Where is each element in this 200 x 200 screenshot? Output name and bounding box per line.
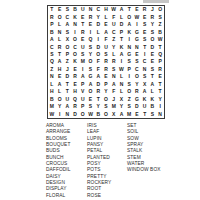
- grid-cell-r10c10[interactable]: L: [118, 73, 126, 80]
- grid-cell-r13c15[interactable]: Y: [156, 96, 164, 103]
- grid-cell-r15c6[interactable]: W: [87, 111, 95, 118]
- grid-cell-r2c7[interactable]: Y: [94, 13, 102, 20]
- grid-cell-r2c15[interactable]: S: [156, 13, 164, 20]
- grid-cell-r10c1[interactable]: N: [48, 73, 56, 80]
- grid-cell-r3c11[interactable]: A: [125, 21, 133, 28]
- grid-cell-r12c13[interactable]: A: [141, 88, 149, 95]
- grid-cell-r7c3[interactable]: P: [63, 51, 71, 58]
- grid-cell-r13c3[interactable]: U: [63, 96, 71, 103]
- grid-cell-r6c5[interactable]: U: [79, 43, 87, 50]
- grid-cell-r6c12[interactable]: N: [133, 43, 141, 50]
- grid-cell-r10c9[interactable]: N: [110, 73, 118, 80]
- grid-cell-r8c8[interactable]: R: [102, 58, 110, 65]
- grid-cell-r9c14[interactable]: S: [149, 66, 157, 73]
- grid-cell-r1c7[interactable]: C: [94, 6, 102, 13]
- grid-cell-r8c14[interactable]: E: [149, 58, 157, 65]
- grid-cell-r14c6[interactable]: S: [87, 103, 95, 110]
- grid-cell-r9c10[interactable]: W: [118, 66, 126, 73]
- grid-cell-r5c3[interactable]: X: [63, 36, 71, 43]
- grid-cell-r7c4[interactable]: O: [71, 51, 79, 58]
- grid-cell-r4c9[interactable]: C: [110, 28, 118, 35]
- grid-cell-r5c13[interactable]: S: [141, 36, 149, 43]
- grid-cell-r1c10[interactable]: A: [118, 6, 126, 13]
- grid-cell-r11c3[interactable]: T: [63, 81, 71, 88]
- grid-cell-r8c10[interactable]: I: [118, 58, 126, 65]
- grid-cell-r2c12[interactable]: W: [133, 13, 141, 20]
- grid-cell-r9c9[interactable]: S: [110, 66, 118, 73]
- grid-cell-r15c15[interactable]: N: [156, 111, 164, 118]
- grid-cell-r2c13[interactable]: E: [141, 13, 149, 20]
- grid-cell-r9c4[interactable]: E: [71, 66, 79, 73]
- word-list: AROMAARRANGEBLOOMSBOUQUETBUDSBUNCHCROCUS…: [46, 123, 198, 199]
- grid-cell-r3c14[interactable]: Y: [149, 21, 157, 28]
- grid-cell-r15c4[interactable]: D: [71, 111, 79, 118]
- grid-cell-r6c1[interactable]: C: [48, 43, 56, 50]
- grid-cell-r8c7[interactable]: F: [94, 58, 102, 65]
- grid-cell-r9c5[interactable]: I: [79, 66, 87, 73]
- grid-cell-r14c3[interactable]: A: [63, 103, 71, 110]
- grid-cell-r7c2[interactable]: T: [56, 51, 64, 58]
- grid-cell-r11c11[interactable]: S: [125, 81, 133, 88]
- grid-cell-r7c13[interactable]: I: [141, 51, 149, 58]
- grid-cell-r15c7[interactable]: B: [94, 111, 102, 118]
- grid-cell-r2c11[interactable]: O: [125, 13, 133, 20]
- grid-cell-r4c7[interactable]: L: [94, 28, 102, 35]
- grid-cell-r12c14[interactable]: L: [149, 88, 157, 95]
- grid-cell-r5c8[interactable]: F: [102, 36, 110, 43]
- grid-cell-r7c14[interactable]: E: [149, 51, 157, 58]
- grid-cell-r14c15[interactable]: I: [156, 103, 164, 110]
- grid-cell-r4c6[interactable]: I: [87, 28, 95, 35]
- grid-cell-r8c2[interactable]: A: [56, 58, 64, 65]
- grid-cell-r14c8[interactable]: S: [102, 103, 110, 110]
- grid-cell-r14c7[interactable]: Y: [94, 103, 102, 110]
- grid-cell-r13c10[interactable]: X: [118, 96, 126, 103]
- grid-cell-r4c3[interactable]: S: [63, 28, 71, 35]
- grid-cell-r15c13[interactable]: T: [141, 111, 149, 118]
- grid-cell-r4c11[interactable]: K: [125, 28, 133, 35]
- grid-cell-r2c9[interactable]: F: [110, 13, 118, 20]
- grid-cell-r7c8[interactable]: S: [102, 51, 110, 58]
- grid-cell-r11c13[interactable]: X: [141, 81, 149, 88]
- grid-cell-r12c9[interactable]: F: [110, 88, 118, 95]
- grid-cell-r2c10[interactable]: L: [118, 13, 126, 20]
- grid-cell-r3c8[interactable]: E: [102, 21, 110, 28]
- grid-cell-r9c3[interactable]: J: [63, 66, 71, 73]
- grid-cell-r15c9[interactable]: X: [110, 111, 118, 118]
- grid-cell-r10c14[interactable]: T: [149, 73, 157, 80]
- grid-cell-r13c12[interactable]: G: [133, 96, 141, 103]
- grid-cell-r4c10[interactable]: P: [118, 28, 126, 35]
- grid-cell-r14c12[interactable]: D: [133, 103, 141, 110]
- grid-cell-r14c5[interactable]: P: [79, 103, 87, 110]
- grid-cell-r1c12[interactable]: E: [133, 6, 141, 13]
- grid-cell-r5c5[interactable]: E: [79, 36, 87, 43]
- word-list-column-3: SETSOILSOWSPRAYSTALKSTEMWATERWINDOW BOX: [127, 123, 187, 199]
- grid-cell-r10c4[interactable]: R: [71, 73, 79, 80]
- grid-cell-r3c3[interactable]: A: [63, 21, 71, 28]
- grid-cell-r5c11[interactable]: I: [125, 36, 133, 43]
- grid-cell-r5c7[interactable]: I: [94, 36, 102, 43]
- grid-cell-r6c3[interactable]: O: [63, 43, 71, 50]
- grid-cell-r3c10[interactable]: D: [118, 21, 126, 28]
- grid-cell-r6c14[interactable]: D: [149, 43, 157, 50]
- grid-cell-r4c4[interactable]: I: [71, 28, 79, 35]
- grid-cell-r6c10[interactable]: K: [118, 43, 126, 50]
- grid-cell-r15c12[interactable]: E: [133, 111, 141, 118]
- grid-cell-r10c7[interactable]: A: [94, 73, 102, 80]
- grid-cell-r13c11[interactable]: Z: [125, 96, 133, 103]
- word-list-item: ROSE: [87, 193, 127, 199]
- grid-cell-r13c14[interactable]: K: [149, 96, 157, 103]
- grid-cell-r4c8[interactable]: A: [102, 28, 110, 35]
- grid-cell-r15c3[interactable]: N: [63, 111, 71, 118]
- grid-cell-r7c5[interactable]: S: [79, 51, 87, 58]
- grid-cell-r11c7[interactable]: D: [94, 81, 102, 88]
- grid-cell-r2c14[interactable]: R: [149, 13, 157, 20]
- grid-cell-r12c1[interactable]: H: [48, 88, 56, 95]
- grid-cell-r5c15[interactable]: W: [156, 36, 164, 43]
- grid-cell-r6c7[interactable]: D: [94, 43, 102, 50]
- grid-cell-r3c4[interactable]: N: [71, 21, 79, 28]
- grid-cell-r10c8[interactable]: E: [102, 73, 110, 80]
- grid-cell-r11c2[interactable]: A: [56, 81, 64, 88]
- grid-cell-r6c13[interactable]: T: [141, 43, 149, 50]
- grid-cell-r11c5[interactable]: P: [79, 81, 87, 88]
- grid-cell-r8c6[interactable]: O: [87, 58, 95, 65]
- grid-cell-r10c6[interactable]: G: [87, 73, 95, 80]
- word-list-column-1: AROMAARRANGEBLOOMSBOUQUETBUDSBUNCHCROCUS…: [46, 123, 87, 199]
- word-list-item: WINDOW BOX: [127, 167, 187, 173]
- grid-cell-r15c11[interactable]: M: [125, 111, 133, 118]
- grid-cell-r6c8[interactable]: U: [102, 43, 110, 50]
- grid-cell-r1c13[interactable]: R: [141, 6, 149, 13]
- grid-cell-r14c9[interactable]: M: [110, 103, 118, 110]
- grid-cell-r12c8[interactable]: Y: [102, 88, 110, 95]
- grid-cell-r4c15[interactable]: B: [156, 28, 164, 35]
- grid-cell-r5c9[interactable]: Z: [110, 36, 118, 43]
- grid-cell-r5c6[interactable]: Q: [87, 36, 95, 43]
- grid-cell-r3c7[interactable]: D: [94, 21, 102, 28]
- grid-cell-r8c4[interactable]: K: [71, 58, 79, 65]
- grid-cell-r4c5[interactable]: R: [79, 28, 87, 35]
- grid-cell-r1c9[interactable]: W: [110, 6, 118, 13]
- grid-cell-r4c1[interactable]: B: [48, 28, 56, 35]
- grid-cell-r1c11[interactable]: T: [125, 6, 133, 13]
- grid-cell-r12c11[interactable]: O: [125, 88, 133, 95]
- grid-cell-r6c15[interactable]: T: [156, 43, 164, 50]
- grid-cell-r14c10[interactable]: Y: [118, 103, 126, 110]
- grid-cell-r2c2[interactable]: O: [56, 13, 64, 20]
- grid-cell-r2c1[interactable]: R: [48, 13, 56, 20]
- grid-cell-r5c4[interactable]: O: [71, 36, 79, 43]
- grid-cell-r4c14[interactable]: S: [149, 28, 157, 35]
- grid-cell-r5c12[interactable]: G: [133, 36, 141, 43]
- grid-cell-r7c1[interactable]: S: [48, 51, 56, 58]
- grid-cell-r9c11[interactable]: P: [125, 66, 133, 73]
- grid-cell-r12c4[interactable]: H: [71, 88, 79, 95]
- grid-cell-r15c10[interactable]: A: [118, 111, 126, 118]
- grid-cell-r12c12[interactable]: R: [133, 88, 141, 95]
- grid-cell-r1c8[interactable]: H: [102, 6, 110, 13]
- grid-cell-r5c1[interactable]: A: [48, 36, 56, 43]
- grid-cell-r14c1[interactable]: M: [48, 103, 56, 110]
- grid-cell-r14c11[interactable]: S: [125, 103, 133, 110]
- grid-cell-r15c8[interactable]: O: [102, 111, 110, 118]
- grid-cell-r11c14[interactable]: A: [149, 81, 157, 88]
- grid-cell-r13c13[interactable]: K: [141, 96, 149, 103]
- grid-cell-r7c11[interactable]: G: [125, 51, 133, 58]
- grid-cell-r1c1[interactable]: T: [48, 6, 56, 13]
- grid-cell-r9c8[interactable]: R: [102, 66, 110, 73]
- grid-cell-r6c11[interactable]: N: [125, 43, 133, 50]
- grid-cell-r7c9[interactable]: L: [110, 51, 118, 58]
- grid-cell-r9c1[interactable]: Z: [48, 66, 56, 73]
- grid-cell-r11c1[interactable]: L: [48, 81, 56, 88]
- grid-cell-r14c4[interactable]: R: [71, 103, 79, 110]
- grid-cell-r12c3[interactable]: T: [63, 88, 71, 95]
- grid-cell-r7c12[interactable]: E: [133, 51, 141, 58]
- grid-cell-r7c6[interactable]: Y: [87, 51, 95, 58]
- grid-cell-r3c5[interactable]: T: [79, 21, 87, 28]
- grid-cell-r8c15[interactable]: P: [156, 58, 164, 65]
- grid-cell-r2c8[interactable]: L: [102, 13, 110, 20]
- grid-cell-r11c8[interactable]: P: [102, 81, 110, 88]
- grid-cell-r10c15[interactable]: E: [156, 73, 164, 80]
- grid-cell-r14c2[interactable]: Y: [56, 103, 64, 110]
- grid-cell-r14c13[interactable]: U: [141, 103, 149, 110]
- grid-cell-r7c10[interactable]: A: [118, 51, 126, 58]
- grid-cell-r3c2[interactable]: L: [56, 21, 64, 28]
- grid-cell-r15c2[interactable]: I: [56, 111, 64, 118]
- grid-cell-r1c15[interactable]: O: [156, 6, 164, 13]
- grid-cell-r13c1[interactable]: B: [48, 96, 56, 103]
- grid-cell-r13c6[interactable]: E: [87, 96, 95, 103]
- grid-cell-r7c15[interactable]: Q: [156, 51, 164, 58]
- grid-cell-r3c9[interactable]: U: [110, 21, 118, 28]
- grid-cell-r8c12[interactable]: S: [133, 58, 141, 65]
- grid-cell-r1c3[interactable]: S: [63, 6, 71, 13]
- grid-cell-r11c4[interactable]: E: [71, 81, 79, 88]
- grid-cell-r3c6[interactable]: E: [87, 21, 95, 28]
- grid-cell-r12c7[interactable]: R: [94, 88, 102, 95]
- grid-cell-r11c15[interactable]: T: [156, 81, 164, 88]
- grid-cell-r1c5[interactable]: U: [79, 6, 87, 13]
- grid-cell-r10c2[interactable]: E: [56, 73, 64, 80]
- grid-cell-r10c11[interactable]: I: [125, 73, 133, 80]
- grid-cell-r9c2[interactable]: H: [56, 66, 64, 73]
- grid-cell-r11c6[interactable]: A: [87, 81, 95, 88]
- grid-cell-r14c14[interactable]: B: [149, 103, 157, 110]
- grid-cell-r7c7[interactable]: O: [94, 51, 102, 58]
- grid-cell-r15c5[interactable]: O: [79, 111, 87, 118]
- grid-cell-r12c6[interactable]: O: [87, 88, 95, 95]
- grid-cell-r8c9[interactable]: R: [110, 58, 118, 65]
- word-list-item: FLORAL: [46, 193, 87, 199]
- grid-cell-r13c4[interactable]: Q: [71, 96, 79, 103]
- grid-cell-r8c5[interactable]: M: [79, 58, 87, 65]
- grid-cell-r13c2[interactable]: O: [56, 96, 64, 103]
- grid-cell-r3c12[interactable]: I: [133, 21, 141, 28]
- grid-cell-r15c1[interactable]: W: [48, 111, 56, 118]
- grid-cell-r9c7[interactable]: F: [94, 66, 102, 73]
- grid-cell-r13c5[interactable]: U: [79, 96, 87, 103]
- grid-cell-r2c3[interactable]: C: [63, 13, 71, 20]
- grid-cell-r10c13[interactable]: S: [141, 73, 149, 80]
- grid-cell-r10c5[interactable]: A: [79, 73, 87, 80]
- grid-cell-r1c14[interactable]: J: [149, 6, 157, 13]
- grid-cell-r10c12[interactable]: O: [133, 73, 141, 80]
- grid-cell-r1c6[interactable]: N: [87, 6, 95, 13]
- grid-cell-r12c10[interactable]: L: [118, 88, 126, 95]
- grid-cell-r4c12[interactable]: G: [133, 28, 141, 35]
- word-list-column-2: IRISLEAFLUPINPANSYPETALPLANTEDPOSYPOTSPR…: [87, 123, 127, 199]
- grid-cell-r9c6[interactable]: S: [87, 66, 95, 73]
- grid-cell-r1c2[interactable]: E: [56, 6, 64, 13]
- grid-cell-r8c13[interactable]: C: [141, 58, 149, 65]
- cropped-artifact-bar: [143, 0, 169, 3]
- grid-cell-r1c4[interactable]: B: [71, 6, 79, 13]
- grid-cell-r13c9[interactable]: J: [110, 96, 118, 103]
- grid-cell-r13c7[interactable]: T: [94, 96, 102, 103]
- grid-cell-r6c4[interactable]: C: [71, 43, 79, 50]
- grid-cell-r8c3[interactable]: Z: [63, 58, 71, 65]
- grid-cell-r3c1[interactable]: P: [48, 21, 56, 28]
- grid-cell-r6c2[interactable]: R: [56, 43, 64, 50]
- grid-cell-r6c9[interactable]: Y: [110, 43, 118, 50]
- grid-cell-r2c5[interactable]: E: [79, 13, 87, 20]
- grid-cell-r6c6[interactable]: S: [87, 43, 95, 50]
- grid-cell-r4c2[interactable]: N: [56, 28, 64, 35]
- grid-cell-r9c15[interactable]: R: [156, 66, 164, 73]
- grid-cell-r11c10[interactable]: N: [118, 81, 126, 88]
- grid-cell-r10c3[interactable]: D: [63, 73, 71, 80]
- grid-cell-r5c10[interactable]: T: [118, 36, 126, 43]
- grid-cell-r11c12[interactable]: Y: [133, 81, 141, 88]
- grid-cell-r12c15[interactable]: T: [156, 88, 164, 95]
- word-search-page: TESBUNCHWATERJOROCKERYLFLOWERSPLANTEDEUD…: [0, 0, 200, 200]
- grid-cell-r8c1[interactable]: Q: [48, 58, 56, 65]
- grid-cell-r4c13[interactable]: E: [141, 28, 149, 35]
- grid-cell-r2c6[interactable]: R: [87, 13, 95, 20]
- grid-cell-r2c4[interactable]: K: [71, 13, 79, 20]
- grid-cell-r13c8[interactable]: O: [102, 96, 110, 103]
- grid-cell-r3c15[interactable]: Z: [156, 21, 164, 28]
- grid-cell-r3c13[interactable]: S: [141, 21, 149, 28]
- grid-cell-r9c12[interactable]: C: [133, 66, 141, 73]
- grid-cell-r12c2[interactable]: L: [56, 88, 64, 95]
- word-search-grid: TESBUNCHWATERJOROCKERYLFLOWERSPLANTEDEUD…: [47, 5, 165, 119]
- grid-cell-r15c14[interactable]: S: [149, 111, 157, 118]
- grid-cell-r11c9[interactable]: A: [110, 81, 118, 88]
- grid-cell-r8c11[interactable]: S: [125, 58, 133, 65]
- grid-cell-r9c13[interactable]: N: [141, 66, 149, 73]
- grid-cell-r12c5[interactable]: V: [79, 88, 87, 95]
- grid-cell-r5c14[interactable]: O: [149, 36, 157, 43]
- grid-cell-r5c2[interactable]: L: [56, 36, 64, 43]
